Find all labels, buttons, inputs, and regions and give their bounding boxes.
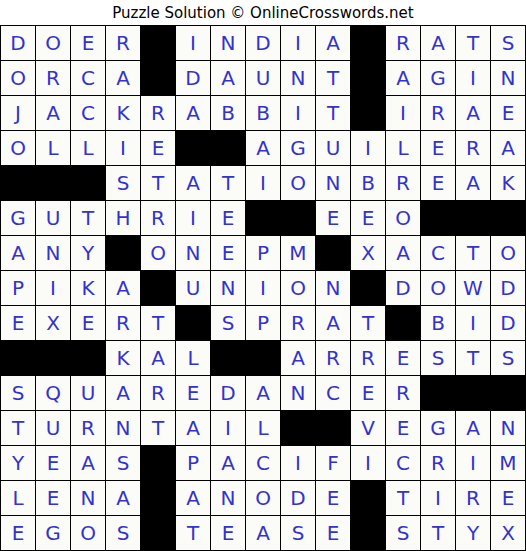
letter-cell: I: [176, 26, 210, 60]
letter-cell: I: [281, 26, 315, 60]
letter-cell: X: [351, 236, 385, 270]
block-cell: [491, 201, 525, 235]
letter-cell: A: [106, 376, 140, 410]
letter-cell: R: [141, 376, 175, 410]
block-cell: [351, 481, 385, 515]
letter-cell: P: [246, 236, 280, 270]
letter-cell: K: [106, 96, 140, 130]
letter-cell: L: [176, 341, 210, 375]
letter-cell: O: [491, 236, 525, 270]
letter-cell: T: [141, 411, 175, 445]
letter-cell: E: [1, 516, 35, 550]
letter-cell: S: [106, 166, 140, 200]
block-cell: [281, 201, 315, 235]
letter-cell: C: [386, 446, 420, 480]
letter-cell: A: [71, 446, 105, 480]
block-cell: [351, 516, 385, 550]
letter-cell: R: [71, 411, 105, 445]
letter-cell: R: [456, 131, 490, 165]
puzzle-title: Puzzle Solution © OnlineCrosswords.net: [0, 0, 526, 25]
letter-cell: Y: [71, 236, 105, 270]
letter-cell: N: [211, 271, 245, 305]
letter-cell: A: [106, 481, 140, 515]
letter-cell: U: [176, 271, 210, 305]
letter-cell: A: [246, 516, 280, 550]
letter-cell: D: [491, 306, 525, 340]
letter-cell: A: [211, 446, 245, 480]
letter-cell: B: [421, 306, 455, 340]
letter-cell: T: [176, 516, 210, 550]
letter-cell: A: [106, 271, 140, 305]
letter-cell: E: [491, 96, 525, 130]
letter-cell: E: [141, 131, 175, 165]
letter-cell: D: [211, 376, 245, 410]
letter-cell: R: [316, 341, 350, 375]
letter-cell: K: [491, 166, 525, 200]
block-cell: [211, 131, 245, 165]
letter-cell: D: [176, 61, 210, 95]
block-cell: [141, 446, 175, 480]
letter-cell: R: [421, 96, 455, 130]
letter-cell: X: [36, 306, 70, 340]
letter-cell: N: [71, 481, 105, 515]
letter-cell: T: [71, 201, 105, 235]
letter-cell: N: [316, 271, 350, 305]
letter-cell: T: [351, 306, 385, 340]
block-cell: [421, 376, 455, 410]
letter-cell: T: [421, 516, 455, 550]
letter-cell: L: [36, 131, 70, 165]
letter-cell: O: [386, 201, 420, 235]
letter-cell: E: [316, 201, 350, 235]
letter-cell: A: [246, 131, 280, 165]
letter-cell: E: [71, 26, 105, 60]
letter-cell: I: [211, 411, 245, 445]
letter-cell: E: [351, 201, 385, 235]
letter-cell: A: [36, 96, 70, 130]
letter-cell: S: [106, 446, 140, 480]
letter-cell: O: [36, 26, 70, 60]
letter-cell: N: [211, 26, 245, 60]
block-cell: [351, 26, 385, 60]
letter-cell: I: [386, 96, 420, 130]
letter-cell: C: [246, 446, 280, 480]
letter-cell: N: [176, 236, 210, 270]
block-cell: [71, 166, 105, 200]
letter-cell: U: [71, 376, 105, 410]
block-cell: [246, 341, 280, 375]
letter-cell: E: [316, 481, 350, 515]
letter-cell: R: [351, 341, 385, 375]
letter-cell: E: [421, 166, 455, 200]
letter-cell: O: [141, 236, 175, 270]
letter-cell: T: [141, 166, 175, 200]
letter-cell: L: [246, 411, 280, 445]
letter-cell: O: [1, 61, 35, 95]
letter-cell: D: [246, 26, 280, 60]
letter-cell: U: [246, 61, 280, 95]
letter-cell: E: [211, 236, 245, 270]
letter-cell: A: [456, 96, 490, 130]
letter-cell: T: [456, 26, 490, 60]
block-cell: [421, 201, 455, 235]
letter-cell: M: [281, 236, 315, 270]
letter-cell: I: [456, 61, 490, 95]
letter-cell: M: [491, 446, 525, 480]
letter-cell: K: [106, 341, 140, 375]
letter-cell: B: [211, 96, 245, 130]
block-cell: [36, 341, 70, 375]
letter-cell: R: [141, 96, 175, 130]
letter-cell: G: [281, 131, 315, 165]
letter-cell: A: [176, 166, 210, 200]
block-cell: [71, 341, 105, 375]
letter-cell: I: [351, 131, 385, 165]
letter-cell: L: [71, 131, 105, 165]
letter-cell: C: [71, 96, 105, 130]
letter-cell: S: [106, 516, 140, 550]
letter-cell: I: [176, 201, 210, 235]
letter-cell: A: [176, 96, 210, 130]
letter-cell: E: [36, 446, 70, 480]
block-cell: [246, 201, 280, 235]
letter-cell: T: [316, 61, 350, 95]
block-cell: [106, 236, 140, 270]
letter-cell: G: [36, 516, 70, 550]
block-cell: [141, 61, 175, 95]
letter-cell: N: [491, 61, 525, 95]
block-cell: [141, 26, 175, 60]
block-cell: [456, 376, 490, 410]
letter-cell: I: [421, 481, 455, 515]
block-cell: [316, 236, 350, 270]
letter-cell: E: [316, 516, 350, 550]
letter-cell: X: [491, 516, 525, 550]
letter-cell: N: [491, 411, 525, 445]
letter-cell: D: [1, 26, 35, 60]
letter-cell: C: [316, 376, 350, 410]
letter-cell: E: [176, 376, 210, 410]
letter-cell: E: [491, 481, 525, 515]
letter-cell: E: [386, 341, 420, 375]
letter-cell: Q: [36, 376, 70, 410]
letter-cell: N: [36, 236, 70, 270]
letter-cell: L: [1, 481, 35, 515]
letter-cell: A: [141, 341, 175, 375]
block-cell: [141, 271, 175, 305]
block-cell: [491, 376, 525, 410]
letter-cell: C: [421, 236, 455, 270]
letter-cell: T: [141, 306, 175, 340]
letter-cell: B: [246, 96, 280, 130]
letter-cell: N: [211, 481, 245, 515]
letter-cell: E: [71, 306, 105, 340]
letter-cell: I: [351, 446, 385, 480]
letter-cell: U: [36, 201, 70, 235]
letter-cell: A: [386, 61, 420, 95]
letter-cell: I: [281, 446, 315, 480]
letter-cell: E: [386, 411, 420, 445]
letter-cell: I: [456, 446, 490, 480]
letter-cell: R: [106, 26, 140, 60]
letter-cell: T: [456, 341, 490, 375]
letter-cell: I: [246, 271, 280, 305]
letter-cell: R: [421, 446, 455, 480]
letter-cell: I: [246, 166, 280, 200]
letter-cell: S: [386, 516, 420, 550]
letter-cell: T: [1, 411, 35, 445]
letter-cell: J: [1, 96, 35, 130]
letter-cell: N: [281, 376, 315, 410]
letter-cell: K: [71, 271, 105, 305]
letter-cell: U: [316, 131, 350, 165]
letter-cell: O: [1, 131, 35, 165]
letter-cell: A: [176, 411, 210, 445]
letter-cell: F: [316, 446, 350, 480]
letter-cell: E: [211, 516, 245, 550]
crossword-grid: DOERINDIARATSORCADAUNTAGINJACKRABBITIRAE…: [0, 25, 526, 551]
letter-cell: R: [141, 201, 175, 235]
letter-cell: A: [316, 306, 350, 340]
letter-cell: N: [281, 61, 315, 95]
letter-cell: R: [281, 306, 315, 340]
letter-cell: S: [491, 26, 525, 60]
letter-cell: P: [246, 306, 280, 340]
block-cell: [141, 481, 175, 515]
letter-cell: D: [281, 481, 315, 515]
letter-cell: A: [491, 131, 525, 165]
block-cell: [351, 61, 385, 95]
letter-cell: E: [36, 481, 70, 515]
letter-cell: A: [211, 61, 245, 95]
letter-cell: I: [106, 131, 140, 165]
letter-cell: A: [456, 411, 490, 445]
letter-cell: R: [36, 61, 70, 95]
letter-cell: R: [386, 376, 420, 410]
letter-cell: T: [386, 481, 420, 515]
letter-cell: S: [491, 341, 525, 375]
letter-cell: E: [211, 201, 245, 235]
letter-cell: I: [36, 271, 70, 305]
letter-cell: A: [176, 481, 210, 515]
letter-cell: A: [456, 166, 490, 200]
letter-cell: A: [1, 236, 35, 270]
letter-cell: W: [456, 271, 490, 305]
block-cell: [176, 131, 210, 165]
letter-cell: A: [281, 341, 315, 375]
letter-cell: G: [421, 411, 455, 445]
letter-cell: A: [246, 376, 280, 410]
letter-cell: R: [386, 166, 420, 200]
letter-cell: O: [71, 516, 105, 550]
letter-cell: D: [491, 271, 525, 305]
letter-cell: E: [351, 376, 385, 410]
letter-cell: P: [176, 446, 210, 480]
block-cell: [1, 166, 35, 200]
letter-cell: O: [421, 271, 455, 305]
letter-cell: L: [386, 131, 420, 165]
block-cell: [141, 516, 175, 550]
letter-cell: E: [421, 131, 455, 165]
block-cell: [1, 341, 35, 375]
letter-cell: T: [456, 236, 490, 270]
block-cell: [386, 306, 420, 340]
block-cell: [281, 411, 315, 445]
letter-cell: R: [106, 306, 140, 340]
letter-cell: S: [211, 306, 245, 340]
letter-cell: S: [421, 341, 455, 375]
letter-cell: N: [106, 411, 140, 445]
letter-cell: A: [316, 26, 350, 60]
letter-cell: S: [281, 516, 315, 550]
letter-cell: A: [386, 236, 420, 270]
block-cell: [351, 271, 385, 305]
block-cell: [211, 341, 245, 375]
block-cell: [456, 201, 490, 235]
letter-cell: O: [281, 166, 315, 200]
letter-cell: I: [456, 306, 490, 340]
letter-cell: G: [1, 201, 35, 235]
letter-cell: S: [1, 376, 35, 410]
letter-cell: C: [71, 61, 105, 95]
letter-cell: E: [1, 306, 35, 340]
letter-cell: G: [421, 61, 455, 95]
letter-cell: P: [1, 271, 35, 305]
letter-cell: Y: [456, 516, 490, 550]
block-cell: [351, 96, 385, 130]
letter-cell: H: [106, 201, 140, 235]
block-cell: [36, 166, 70, 200]
letter-cell: T: [211, 166, 245, 200]
block-cell: [176, 306, 210, 340]
letter-cell: Y: [1, 446, 35, 480]
letter-cell: O: [281, 271, 315, 305]
letter-cell: I: [281, 96, 315, 130]
letter-cell: A: [106, 61, 140, 95]
letter-cell: U: [36, 411, 70, 445]
letter-cell: R: [456, 481, 490, 515]
block-cell: [316, 411, 350, 445]
letter-cell: N: [316, 166, 350, 200]
letter-cell: D: [386, 271, 420, 305]
letter-cell: B: [351, 166, 385, 200]
letter-cell: A: [421, 26, 455, 60]
letter-cell: T: [316, 96, 350, 130]
letter-cell: V: [351, 411, 385, 445]
letter-cell: O: [246, 481, 280, 515]
letter-cell: R: [386, 26, 420, 60]
